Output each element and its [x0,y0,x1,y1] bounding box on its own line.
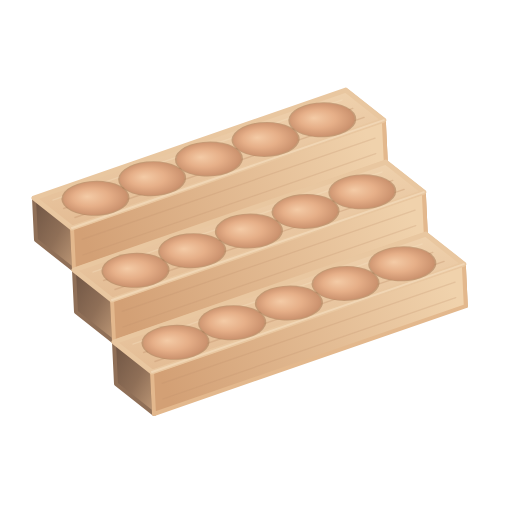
product-photo-canvas [0,0,512,512]
wooden-tiered-rack-illustration [0,0,512,512]
